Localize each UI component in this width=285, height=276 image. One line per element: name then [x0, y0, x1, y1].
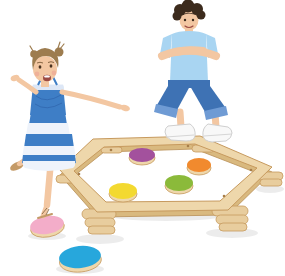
stepping-stone-orange — [187, 158, 211, 175]
stepping-stone-green — [165, 175, 193, 194]
balance-course-scene — [0, 0, 285, 276]
boy-figure — [154, 0, 232, 142]
boy-shirt — [170, 31, 208, 82]
stepping-stone-purple — [129, 148, 155, 165]
boy-jeans — [154, 80, 228, 120]
product-photo — [0, 0, 285, 276]
stepping-stone-yellow — [109, 183, 137, 202]
girl-skirt — [22, 112, 76, 171]
